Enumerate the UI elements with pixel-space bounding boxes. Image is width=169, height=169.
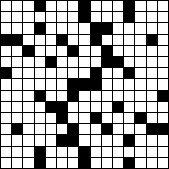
white-cell-r7c5[interactable]: [57, 79, 67, 89]
white-cell-r10c3[interactable]: [35, 113, 45, 123]
white-cell-r4c0[interactable]: [1, 46, 11, 56]
black-cell-r4c6: [68, 46, 78, 56]
white-cell-r14c9[interactable]: [102, 158, 112, 168]
black-cell-r6c0: [1, 68, 11, 78]
white-cell-r5c8[interactable]: [91, 57, 101, 67]
white-cell-r0c1[interactable]: [12, 1, 22, 11]
white-cell-r2c1[interactable]: [12, 23, 22, 33]
black-cell-r5c9: [102, 57, 112, 67]
white-cell-r13c1[interactable]: [12, 147, 22, 157]
white-cell-r7c4[interactable]: [46, 79, 56, 89]
white-cell-r6c7[interactable]: [79, 68, 89, 78]
white-cell-r8c12[interactable]: [135, 91, 145, 101]
white-cell-r2c0[interactable]: [1, 23, 11, 33]
white-cell-r9c2[interactable]: [23, 102, 33, 112]
white-cell-r13c6[interactable]: [68, 147, 78, 157]
white-cell-r12c7[interactable]: [79, 135, 89, 145]
white-cell-r0c2[interactable]: [23, 1, 33, 11]
white-cell-r8c11[interactable]: [124, 91, 134, 101]
white-cell-r2c7[interactable]: [79, 23, 89, 33]
white-cell-r0c6[interactable]: [68, 1, 78, 11]
black-cell-r14c7: [79, 158, 89, 168]
white-cell-r9c8[interactable]: [91, 102, 101, 112]
black-cell-r12c6: [68, 135, 78, 145]
white-cell-r5c11[interactable]: [124, 57, 134, 67]
white-cell-r1c10[interactable]: [113, 12, 123, 22]
black-cell-r8c6: [68, 91, 78, 101]
white-cell-r4c4[interactable]: [46, 46, 56, 56]
white-cell-r2c12[interactable]: [135, 23, 145, 33]
white-cell-r5c6[interactable]: [68, 57, 78, 67]
white-cell-r8c1[interactable]: [12, 91, 22, 101]
white-cell-r10c2[interactable]: [23, 113, 33, 123]
white-cell-r14c1[interactable]: [12, 158, 22, 168]
white-cell-r11c7[interactable]: [79, 124, 89, 134]
black-cell-r0c3: [35, 1, 45, 11]
white-cell-r10c9[interactable]: [102, 113, 112, 123]
white-cell-r13c14[interactable]: [158, 147, 168, 157]
white-cell-r13c9[interactable]: [102, 147, 112, 157]
black-cell-r3c8: [91, 35, 101, 45]
white-cell-r0c10[interactable]: [113, 1, 123, 11]
crossword-grid: [0, 0, 169, 169]
white-cell-r13c0[interactable]: [1, 147, 11, 157]
black-cell-r13c7: [79, 147, 89, 157]
white-cell-r12c4[interactable]: [46, 135, 56, 145]
black-cell-r6c8: [91, 68, 101, 78]
white-cell-r11c11[interactable]: [124, 124, 134, 134]
black-cell-r11c6: [68, 124, 78, 134]
black-cell-r6c11: [124, 68, 134, 78]
white-cell-r14c5[interactable]: [57, 158, 67, 168]
white-cell-r0c14[interactable]: [158, 1, 168, 11]
black-cell-r0c11: [124, 1, 134, 11]
white-cell-r8c13[interactable]: [147, 91, 157, 101]
white-cell-r4c1[interactable]: [12, 46, 22, 56]
white-cell-r9c11[interactable]: [124, 102, 134, 112]
white-cell-r1c3[interactable]: [35, 12, 45, 22]
white-cell-r9c13[interactable]: [147, 102, 157, 112]
white-cell-r9c12[interactable]: [135, 102, 145, 112]
white-cell-r7c1[interactable]: [12, 79, 22, 89]
white-cell-r2c5[interactable]: [57, 23, 67, 33]
white-cell-r13c8[interactable]: [91, 147, 101, 157]
white-cell-r11c8[interactable]: [91, 124, 101, 134]
white-cell-r6c1[interactable]: [12, 68, 22, 78]
black-cell-r11c13: [147, 124, 157, 134]
black-cell-r2c8: [91, 23, 101, 33]
black-cell-r1c11: [124, 12, 134, 22]
white-cell-r14c13[interactable]: [147, 158, 157, 168]
black-cell-r11c14: [158, 124, 168, 134]
white-cell-r8c7[interactable]: [79, 91, 89, 101]
white-cell-r3c4[interactable]: [46, 35, 56, 45]
white-cell-r10c1[interactable]: [12, 113, 22, 123]
white-cell-r11c0[interactable]: [1, 124, 11, 134]
white-cell-r5c0[interactable]: [1, 57, 11, 67]
white-cell-r10c14[interactable]: [158, 113, 168, 123]
white-cell-r1c13[interactable]: [147, 12, 157, 22]
white-cell-r4c12[interactable]: [135, 46, 145, 56]
white-cell-r0c0[interactable]: [1, 1, 11, 11]
white-cell-r12c3[interactable]: [35, 135, 45, 145]
white-cell-r9c9[interactable]: [102, 102, 112, 112]
white-cell-r9c0[interactable]: [1, 102, 11, 112]
white-cell-r8c2[interactable]: [23, 91, 33, 101]
white-cell-r6c5[interactable]: [57, 68, 67, 78]
white-cell-r0c12[interactable]: [135, 1, 145, 11]
white-cell-r6c13[interactable]: [147, 68, 157, 78]
white-cell-r1c8[interactable]: [91, 12, 101, 22]
white-cell-r7c3[interactable]: [35, 79, 45, 89]
white-cell-r14c6[interactable]: [68, 158, 78, 168]
black-cell-r10c5: [57, 113, 67, 123]
white-cell-r5c1[interactable]: [12, 57, 22, 67]
white-cell-r13c4[interactable]: [46, 147, 56, 157]
white-cell-r3c9[interactable]: [102, 35, 112, 45]
white-cell-r7c10[interactable]: [113, 79, 123, 89]
white-cell-r7c0[interactable]: [1, 79, 11, 89]
white-cell-r11c3[interactable]: [35, 124, 45, 134]
white-cell-r2c4[interactable]: [46, 23, 56, 33]
white-cell-r3c12[interactable]: [135, 35, 145, 45]
white-cell-r2c11[interactable]: [124, 23, 134, 33]
black-cell-r5c4: [46, 57, 56, 67]
white-cell-r2c2[interactable]: [23, 23, 33, 33]
white-cell-r13c5[interactable]: [57, 147, 67, 157]
white-cell-r6c4[interactable]: [46, 68, 56, 78]
white-cell-r11c4[interactable]: [46, 124, 56, 134]
white-cell-r10c11[interactable]: [124, 113, 134, 123]
white-cell-r9c7[interactable]: [79, 102, 89, 112]
white-cell-r1c12[interactable]: [135, 12, 145, 22]
white-cell-r11c10[interactable]: [113, 124, 123, 134]
white-cell-r5c13[interactable]: [147, 57, 157, 67]
white-cell-r2c10[interactable]: [113, 23, 123, 33]
white-cell-r10c0[interactable]: [1, 113, 11, 123]
black-cell-r8c14: [158, 91, 168, 101]
white-cell-r3c14[interactable]: [158, 35, 168, 45]
black-cell-r7c6: [68, 79, 78, 89]
black-cell-r3c13: [147, 35, 157, 45]
white-cell-r11c12[interactable]: [135, 124, 145, 134]
white-cell-r3c2[interactable]: [23, 35, 33, 45]
black-cell-r11c9: [102, 124, 112, 134]
black-cell-r12c5: [57, 135, 67, 145]
white-cell-r12c13[interactable]: [147, 135, 157, 145]
white-cell-r7c2[interactable]: [23, 79, 33, 89]
white-cell-r10c4[interactable]: [46, 113, 56, 123]
white-cell-r14c14[interactable]: [158, 158, 168, 168]
white-cell-r7c13[interactable]: [147, 79, 157, 89]
black-cell-r2c3: [35, 23, 45, 33]
white-cell-r6c2[interactable]: [23, 68, 33, 78]
white-cell-r3c11[interactable]: [124, 35, 134, 45]
white-cell-r6c10[interactable]: [113, 68, 123, 78]
white-cell-r4c5[interactable]: [57, 46, 67, 56]
white-cell-r12c12[interactable]: [135, 135, 145, 145]
white-cell-r6c3[interactable]: [35, 68, 45, 78]
white-cell-r4c11[interactable]: [124, 46, 134, 56]
white-cell-r5c12[interactable]: [135, 57, 145, 67]
white-cell-r14c0[interactable]: [1, 158, 11, 168]
black-cell-r7c7: [79, 79, 89, 89]
white-cell-r6c12[interactable]: [135, 68, 145, 78]
white-cell-r4c7[interactable]: [79, 46, 89, 56]
white-cell-r9c14[interactable]: [158, 102, 168, 112]
white-cell-r5c14[interactable]: [158, 57, 168, 67]
white-cell-r7c14[interactable]: [158, 79, 168, 89]
black-cell-r4c2: [23, 46, 33, 56]
black-cell-r14c11: [124, 158, 134, 168]
white-cell-r12c0[interactable]: [1, 135, 11, 145]
white-cell-r11c2[interactable]: [23, 124, 33, 134]
white-cell-r7c12[interactable]: [135, 79, 145, 89]
white-cell-r14c8[interactable]: [91, 158, 101, 168]
white-cell-r13c13[interactable]: [147, 147, 157, 157]
white-cell-r1c4[interactable]: [46, 12, 56, 22]
crossword-page: [0, 0, 169, 169]
white-cell-r8c4[interactable]: [46, 91, 56, 101]
white-cell-r13c2[interactable]: [23, 147, 33, 157]
white-cell-r5c7[interactable]: [79, 57, 89, 67]
white-cell-r4c13[interactable]: [147, 46, 157, 56]
black-cell-r1c7: [79, 12, 89, 22]
white-cell-r4c3[interactable]: [35, 46, 45, 56]
white-cell-r11c5[interactable]: [57, 124, 67, 134]
white-cell-r1c6[interactable]: [68, 12, 78, 22]
white-cell-r4c8[interactable]: [91, 46, 101, 56]
black-cell-r4c9: [102, 46, 112, 56]
white-cell-r13c10[interactable]: [113, 147, 123, 157]
black-cell-r11c1: [12, 124, 22, 134]
black-cell-r3c1: [12, 35, 22, 45]
white-cell-r0c8[interactable]: [91, 1, 101, 11]
black-cell-r9c5: [57, 102, 67, 112]
white-cell-r9c6[interactable]: [68, 102, 78, 112]
white-cell-r4c14[interactable]: [158, 46, 168, 56]
white-cell-r12c14[interactable]: [158, 135, 168, 145]
black-cell-r8c3: [35, 91, 45, 101]
white-cell-r3c7[interactable]: [79, 35, 89, 45]
white-cell-r6c9[interactable]: [102, 68, 112, 78]
white-cell-r1c14[interactable]: [158, 12, 168, 22]
white-cell-r9c1[interactable]: [12, 102, 22, 112]
white-cell-r10c7[interactable]: [79, 113, 89, 123]
white-cell-r13c12[interactable]: [135, 147, 145, 157]
white-cell-r0c5[interactable]: [57, 1, 67, 11]
white-cell-r14c4[interactable]: [46, 158, 56, 168]
white-cell-r9c3[interactable]: [35, 102, 45, 112]
white-cell-r1c1[interactable]: [12, 12, 22, 22]
white-cell-r4c10[interactable]: [113, 46, 123, 56]
white-cell-r10c10[interactable]: [113, 113, 123, 123]
white-cell-r8c10[interactable]: [113, 91, 123, 101]
black-cell-r5c10: [113, 57, 123, 67]
white-cell-r0c13[interactable]: [147, 1, 157, 11]
black-cell-r3c0: [1, 35, 11, 45]
white-cell-r13c11[interactable]: [124, 147, 134, 157]
black-cell-r14c3: [35, 158, 45, 168]
white-cell-r6c14[interactable]: [158, 68, 168, 78]
white-cell-r7c9[interactable]: [102, 79, 112, 89]
white-cell-r1c9[interactable]: [102, 12, 112, 22]
white-cell-r12c10[interactable]: [113, 135, 123, 145]
white-cell-r5c5[interactable]: [57, 57, 67, 67]
white-cell-r2c6[interactable]: [68, 23, 78, 33]
white-cell-r10c13[interactable]: [147, 113, 157, 123]
white-cell-r5c2[interactable]: [23, 57, 33, 67]
white-cell-r3c10[interactable]: [113, 35, 123, 45]
black-cell-r9c10: [113, 102, 123, 112]
black-cell-r7c8: [91, 79, 101, 89]
white-cell-r8c9[interactable]: [102, 91, 112, 101]
white-cell-r2c14[interactable]: [158, 23, 168, 33]
white-cell-r14c2[interactable]: [23, 158, 33, 168]
black-cell-r0c7: [79, 1, 89, 11]
white-cell-r8c5[interactable]: [57, 91, 67, 101]
white-cell-r3c3[interactable]: [35, 35, 45, 45]
white-cell-r5c3[interactable]: [35, 57, 45, 67]
white-cell-r3c6[interactable]: [68, 35, 78, 45]
white-cell-r1c5[interactable]: [57, 12, 67, 22]
white-cell-r2c13[interactable]: [147, 23, 157, 33]
white-cell-r12c8[interactable]: [91, 135, 101, 145]
white-cell-r1c2[interactable]: [23, 12, 33, 22]
black-cell-r10c8: [91, 113, 101, 123]
white-cell-r12c1[interactable]: [12, 135, 22, 145]
black-cell-r10c12: [135, 113, 145, 123]
white-cell-r0c4[interactable]: [46, 1, 56, 11]
white-cell-r8c8[interactable]: [91, 91, 101, 101]
white-cell-r6c6[interactable]: [68, 68, 78, 78]
white-cell-r12c9[interactable]: [102, 135, 112, 145]
white-cell-r14c10[interactable]: [113, 158, 123, 168]
white-cell-r0c9[interactable]: [102, 1, 112, 11]
white-cell-r14c12[interactable]: [135, 158, 145, 168]
black-cell-r9c4: [46, 102, 56, 112]
white-cell-r12c2[interactable]: [23, 135, 33, 145]
black-cell-r2c9: [102, 23, 112, 33]
white-cell-r7c11[interactable]: [124, 79, 134, 89]
white-cell-r8c0[interactable]: [1, 91, 11, 101]
white-cell-r1c0[interactable]: [1, 12, 11, 22]
black-cell-r12c11: [124, 135, 134, 145]
black-cell-r13c3: [35, 147, 45, 157]
black-cell-r3c5: [57, 35, 67, 45]
white-cell-r10c6[interactable]: [68, 113, 78, 123]
